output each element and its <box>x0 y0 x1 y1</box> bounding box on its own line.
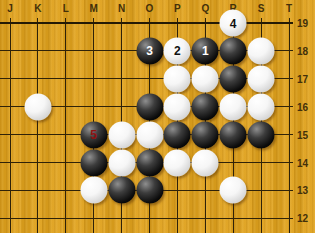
stone-black-O18: 3 <box>136 37 163 64</box>
stone-white-R13 <box>220 177 247 204</box>
stone-black-M15: 5 <box>80 121 107 148</box>
coordinate-col-N: N <box>118 2 125 16</box>
move-number-5: 5 <box>90 129 97 141</box>
coordinate-row-15: 15 <box>297 129 308 140</box>
coordinate-row-18: 18 <box>297 45 308 56</box>
stone-white-R19: 4 <box>220 10 247 37</box>
grid-line-row-19 <box>0 22 293 24</box>
stone-black-Q15 <box>192 121 219 148</box>
stone-black-R15 <box>220 121 247 148</box>
coordinate-row-19: 19 <box>297 18 308 29</box>
stone-black-Q18: 1 <box>192 37 219 64</box>
stone-white-S16 <box>248 93 275 120</box>
coordinate-row-13: 13 <box>297 185 308 196</box>
stone-white-P18: 2 <box>164 37 191 64</box>
stone-black-R17 <box>220 65 247 92</box>
stone-white-S17 <box>248 65 275 92</box>
coordinate-row-12: 12 <box>297 213 308 224</box>
coordinate-col-Q: Q <box>201 2 209 16</box>
coordinate-col-K: K <box>34 2 41 16</box>
stone-black-P15 <box>164 121 191 148</box>
stone-white-Q14 <box>192 149 219 176</box>
stone-black-O16 <box>136 93 163 120</box>
stone-white-N14 <box>108 149 135 176</box>
stone-white-P14 <box>164 149 191 176</box>
coordinate-col-J: J <box>7 2 13 16</box>
stone-black-S15 <box>248 121 275 148</box>
coordinate-row-16: 16 <box>297 101 308 112</box>
stone-white-S18 <box>248 37 275 64</box>
stone-white-P16 <box>164 93 191 120</box>
stone-white-R16 <box>220 93 247 120</box>
coordinate-col-T: T <box>286 2 292 16</box>
stone-white-Q17 <box>192 65 219 92</box>
grid-line-row-12 <box>0 218 293 219</box>
move-number-2: 2 <box>174 45 181 57</box>
stone-white-M13 <box>80 177 107 204</box>
coordinate-row-17: 17 <box>297 73 308 84</box>
coordinate-row-14: 14 <box>297 157 308 168</box>
go-app-screenshot: JKLMNOPQRST191817161514131243215 <box>0 0 315 233</box>
move-number-1: 1 <box>202 45 209 57</box>
move-number-4: 4 <box>230 17 237 29</box>
coordinate-col-O: O <box>146 2 154 16</box>
stone-black-R18 <box>220 37 247 64</box>
coordinate-col-S: S <box>258 2 265 16</box>
stone-black-O14 <box>136 149 163 176</box>
stone-white-O15 <box>136 121 163 148</box>
stone-black-M14 <box>80 149 107 176</box>
go-board[interactable]: JKLMNOPQRST191817161514131243215 <box>0 0 315 233</box>
coordinate-col-P: P <box>174 2 181 16</box>
stone-white-P17 <box>164 65 191 92</box>
stone-white-K16 <box>24 93 51 120</box>
stone-black-O13 <box>136 177 163 204</box>
stone-black-Q16 <box>192 93 219 120</box>
move-number-3: 3 <box>146 45 153 57</box>
stone-black-N13 <box>108 177 135 204</box>
coordinate-col-L: L <box>63 2 69 16</box>
stone-white-N15 <box>108 121 135 148</box>
coordinate-col-M: M <box>90 2 98 16</box>
